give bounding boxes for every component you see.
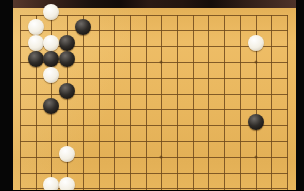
black-stone [59,35,75,51]
star-point [254,155,257,158]
white-stone [43,4,59,20]
black-stone [43,98,59,114]
black-stone [28,51,44,67]
white-stone [59,177,75,190]
grid-line-vertical [83,15,84,191]
grid-line-horizontal [20,173,288,174]
grid-line-horizontal [20,141,288,142]
grid-line-horizontal [20,78,288,79]
grid-line-horizontal [20,15,288,16]
video-frame [0,0,304,190]
grid-line-vertical [99,15,100,191]
grid-line-vertical [20,15,21,191]
grid-line-vertical [240,15,241,191]
grid-line-vertical [114,15,115,191]
grid-line-vertical [130,15,131,191]
letterbox-right [296,0,304,190]
black-stone [43,51,59,67]
star-point [160,155,163,158]
white-stone [59,146,75,162]
black-stone [75,19,91,35]
letterbox-left [0,0,13,190]
grid-line-vertical [208,15,209,191]
grid-line-horizontal [20,109,288,110]
black-stone [59,51,75,67]
white-stone [43,177,59,190]
go-board [13,0,296,190]
star-point [160,60,163,63]
black-stone [59,83,75,99]
grid-line-vertical [161,15,162,191]
black-stone [248,114,264,130]
white-stone [43,67,59,83]
grid-line-horizontal [20,30,288,31]
star-point [254,60,257,63]
grid-line-vertical [193,15,194,191]
white-stone [248,35,264,51]
white-stone [28,19,44,35]
grid-line-vertical [224,15,225,191]
grid-line-vertical [146,15,147,191]
white-stone [43,35,59,51]
grid-line-vertical [287,15,288,191]
grid-line-vertical [271,15,272,191]
grid-line-vertical [177,15,178,191]
white-stone [28,35,44,51]
